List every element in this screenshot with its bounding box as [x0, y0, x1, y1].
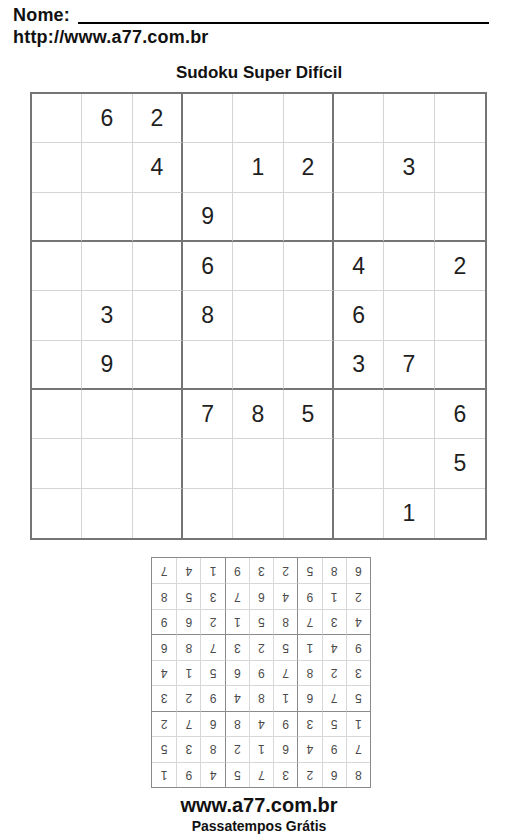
puzzle-cell-r9c5 [233, 489, 283, 538]
puzzle-cell-r5c3 [133, 291, 183, 340]
solution-cell-r7c4: 8 [273, 609, 297, 634]
puzzle-cell-r9c2 [82, 489, 132, 538]
puzzle-cell-r9c7 [334, 489, 384, 538]
puzzle-cell-r3c1 [32, 193, 82, 242]
puzzle-cell-r8c8 [384, 439, 434, 488]
name-label: Nome: [13, 5, 70, 26]
solution-cell-r7c5: 5 [249, 609, 273, 634]
puzzle-cell-r4c5 [233, 242, 283, 291]
solution-cell-r6c9: 6 [152, 634, 176, 659]
solution-cell-r3c7: 6 [200, 711, 224, 736]
solution-cell-r2c4: 6 [273, 736, 297, 761]
sudoku-puzzle-grid: 6241239642386937785651 [30, 92, 487, 540]
puzzle-cell-r3c4: 9 [183, 193, 233, 242]
solution-cell-r1c8: 9 [176, 762, 200, 787]
solution-cell-r5c9: 4 [152, 660, 176, 685]
puzzle-cell-r8c5 [233, 439, 283, 488]
puzzle-cell-r8c2 [82, 439, 132, 488]
solution-cell-r1c5: 7 [249, 762, 273, 787]
puzzle-cell-r9c8: 1 [384, 489, 434, 538]
puzzle-cell-r6c7: 3 [334, 341, 384, 390]
page-title: Sudoku Super Difícil [0, 63, 518, 83]
puzzle-cell-r9c4 [183, 489, 233, 538]
puzzle-cell-r1c1 [32, 94, 82, 143]
puzzle-cell-r7c2 [82, 390, 132, 439]
solution-cell-r4c5: 8 [249, 685, 273, 710]
puzzle-cell-r2c4 [183, 143, 233, 192]
solution-cell-r2c1: 7 [346, 736, 370, 761]
puzzle-cell-r3c2 [82, 193, 132, 242]
solution-cell-r2c8: 3 [176, 736, 200, 761]
puzzle-cell-r3c6 [284, 193, 334, 242]
puzzle-cell-r6c8: 7 [384, 341, 434, 390]
solution-cell-r7c1: 4 [346, 609, 370, 634]
solution-cell-r3c6: 8 [225, 711, 249, 736]
solution-cell-r3c8: 7 [176, 711, 200, 736]
solution-cell-r8c6: 7 [225, 583, 249, 608]
solution-cell-r4c8: 2 [176, 685, 200, 710]
puzzle-cell-r2c7 [334, 143, 384, 192]
solution-cell-r6c1: 9 [346, 634, 370, 659]
solution-cell-r7c8: 6 [176, 609, 200, 634]
puzzle-cell-r9c1 [32, 489, 82, 538]
solution-cell-r5c1: 3 [346, 660, 370, 685]
puzzle-cell-r1c5 [233, 94, 283, 143]
puzzle-cell-r5c9 [435, 291, 485, 340]
solution-cell-r1c4: 3 [273, 762, 297, 787]
puzzle-cell-r2c6: 2 [284, 143, 334, 192]
solution-cell-r2c6: 2 [225, 736, 249, 761]
solution-cell-r8c3: 9 [297, 583, 321, 608]
puzzle-cell-r9c6 [284, 489, 334, 538]
solution-cell-r2c3: 4 [297, 736, 321, 761]
solution-cell-r1c2: 6 [322, 762, 346, 787]
solution-cell-r3c4: 9 [273, 711, 297, 736]
puzzle-cell-r7c8 [384, 390, 434, 439]
sudoku-solution-grid-upside-down: 8623754917946128351539486725761849233287… [151, 557, 371, 788]
puzzle-cell-r1c9 [435, 94, 485, 143]
puzzle-cell-r1c8 [384, 94, 434, 143]
puzzle-cell-r1c3: 2 [133, 94, 183, 143]
puzzle-cell-r1c7 [334, 94, 384, 143]
solution-cell-r7c2: 3 [322, 609, 346, 634]
solution-cell-r4c4: 1 [273, 685, 297, 710]
solution-cell-r9c9: 7 [152, 558, 176, 583]
solution-cell-r9c1: 6 [346, 558, 370, 583]
puzzle-cell-r3c3 [133, 193, 183, 242]
puzzle-cell-r2c5: 1 [233, 143, 283, 192]
solution-cell-r6c8: 8 [176, 634, 200, 659]
site-url-text: http://www.a77.com.br [13, 27, 209, 48]
footer-site-text: www.a77.com.br [0, 794, 518, 817]
puzzle-cell-r1c6 [284, 94, 334, 143]
puzzle-cell-r2c1 [32, 143, 82, 192]
solution-cell-r5c2: 2 [322, 660, 346, 685]
solution-cell-r4c2: 7 [322, 685, 346, 710]
solution-cell-r8c8: 5 [176, 583, 200, 608]
solution-cell-r1c6: 5 [225, 762, 249, 787]
solution-cell-r9c3: 5 [297, 558, 321, 583]
solution-cell-r5c3: 8 [297, 660, 321, 685]
puzzle-cell-r5c7: 6 [334, 291, 384, 340]
puzzle-cell-r2c2 [82, 143, 132, 192]
puzzle-cell-r3c9 [435, 193, 485, 242]
puzzle-cell-r8c1 [32, 439, 82, 488]
puzzle-cell-r4c3 [133, 242, 183, 291]
solution-cell-r3c1: 1 [346, 711, 370, 736]
puzzle-cell-r3c8 [384, 193, 434, 242]
puzzle-cell-r4c9: 2 [435, 242, 485, 291]
puzzle-cell-r6c3 [133, 341, 183, 390]
solution-cell-r6c2: 4 [322, 634, 346, 659]
puzzle-cell-r4c2 [82, 242, 132, 291]
solution-cell-r6c3: 1 [297, 634, 321, 659]
solution-cell-r2c9: 5 [152, 736, 176, 761]
puzzle-cell-r8c6 [284, 439, 334, 488]
solution-cell-r8c5: 6 [249, 583, 273, 608]
puzzle-cell-r4c4: 6 [183, 242, 233, 291]
puzzle-cell-r7c5: 8 [233, 390, 283, 439]
solution-cell-r9c4: 2 [273, 558, 297, 583]
puzzle-cell-r4c8 [384, 242, 434, 291]
puzzle-cell-r9c9 [435, 489, 485, 538]
solution-cell-r3c5: 4 [249, 711, 273, 736]
solution-cell-r2c5: 1 [249, 736, 273, 761]
puzzle-cell-r5c2: 3 [82, 291, 132, 340]
solution-cell-r1c9: 1 [152, 762, 176, 787]
solution-cell-r7c3: 7 [297, 609, 321, 634]
solution-cell-r4c6: 4 [225, 685, 249, 710]
solution-cell-r8c4: 4 [273, 583, 297, 608]
solution-cell-r8c7: 3 [200, 583, 224, 608]
puzzle-cell-r4c6 [284, 242, 334, 291]
puzzle-cell-r7c9: 6 [435, 390, 485, 439]
solution-cell-r5c4: 7 [273, 660, 297, 685]
solution-cell-r1c7: 4 [200, 762, 224, 787]
puzzle-cell-r8c9: 5 [435, 439, 485, 488]
solution-cell-r9c5: 3 [249, 558, 273, 583]
solution-cell-r4c1: 5 [346, 685, 370, 710]
puzzle-cell-r6c4 [183, 341, 233, 390]
solution-cell-r5c6: 6 [225, 660, 249, 685]
solution-cell-r1c3: 2 [297, 762, 321, 787]
solution-cell-r9c6: 9 [225, 558, 249, 583]
puzzle-cell-r2c9 [435, 143, 485, 192]
puzzle-cell-r7c7 [334, 390, 384, 439]
solution-cell-r2c7: 8 [200, 736, 224, 761]
solution-cell-r7c7: 2 [200, 609, 224, 634]
puzzle-cell-r5c6 [284, 291, 334, 340]
solution-cell-r3c2: 5 [322, 711, 346, 736]
solution-cell-r9c8: 4 [176, 558, 200, 583]
puzzle-cell-r6c2: 9 [82, 341, 132, 390]
solution-cell-r9c7: 1 [200, 558, 224, 583]
solution-cell-r3c3: 3 [297, 711, 321, 736]
puzzle-cell-r6c5 [233, 341, 283, 390]
solution-cell-r8c2: 1 [322, 583, 346, 608]
puzzle-cell-r8c7 [334, 439, 384, 488]
puzzle-cell-r8c4 [183, 439, 233, 488]
solution-cell-r8c1: 2 [346, 583, 370, 608]
puzzle-cell-r7c3 [133, 390, 183, 439]
puzzle-cell-r4c1 [32, 242, 82, 291]
puzzle-cell-r8c3 [133, 439, 183, 488]
puzzle-cell-r3c5 [233, 193, 283, 242]
solution-cell-r6c6: 3 [225, 634, 249, 659]
puzzle-cell-r7c4: 7 [183, 390, 233, 439]
solution-cell-r4c7: 9 [200, 685, 224, 710]
puzzle-cell-r5c5 [233, 291, 283, 340]
footer-tagline-text: Passatempos Grátis [0, 818, 518, 834]
puzzle-cell-r5c1 [32, 291, 82, 340]
solution-cell-r2c2: 9 [322, 736, 346, 761]
puzzle-cell-r1c4 [183, 94, 233, 143]
solution-cell-r4c9: 3 [152, 685, 176, 710]
solution-cell-r5c5: 9 [249, 660, 273, 685]
solution-cell-r7c6: 1 [225, 609, 249, 634]
solution-cell-r6c7: 7 [200, 634, 224, 659]
solution-cell-r4c3: 6 [297, 685, 321, 710]
solution-cell-r1c1: 8 [346, 762, 370, 787]
solution-cell-r6c4: 5 [273, 634, 297, 659]
puzzle-cell-r6c1 [32, 341, 82, 390]
puzzle-cell-r7c1 [32, 390, 82, 439]
solution-cell-r5c7: 5 [200, 660, 224, 685]
puzzle-cell-r5c4: 8 [183, 291, 233, 340]
puzzle-cell-r2c3: 4 [133, 143, 183, 192]
solution-cell-r3c9: 2 [152, 711, 176, 736]
solution-cell-r6c5: 2 [249, 634, 273, 659]
puzzle-cell-r6c6 [284, 341, 334, 390]
puzzle-cell-r4c7: 4 [334, 242, 384, 291]
puzzle-cell-r7c6: 5 [284, 390, 334, 439]
puzzle-cell-r9c3 [133, 489, 183, 538]
puzzle-cell-r5c8 [384, 291, 434, 340]
name-blank-line [78, 22, 489, 24]
puzzle-cell-r6c9 [435, 341, 485, 390]
solution-cell-r8c9: 8 [152, 583, 176, 608]
puzzle-cell-r3c7 [334, 193, 384, 242]
solution-cell-r7c9: 9 [152, 609, 176, 634]
solution-cell-r9c2: 8 [322, 558, 346, 583]
solution-cell-r5c8: 1 [176, 660, 200, 685]
puzzle-cell-r1c2: 6 [82, 94, 132, 143]
puzzle-cell-r2c8: 3 [384, 143, 434, 192]
